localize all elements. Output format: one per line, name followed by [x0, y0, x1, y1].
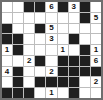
- black-cell-r9c3[interactable]: [24, 88, 34, 98]
- empty-cell-r2c7[interactable]: [69, 13, 79, 23]
- empty-cell-r3c8[interactable]: [80, 24, 90, 34]
- black-cell-r1c4[interactable]: [35, 2, 45, 12]
- clue-cell-r6c9[interactable]: 6: [91, 56, 101, 66]
- puzzle-board: 63553111264221: [0, 0, 103, 100]
- clue-cell-r1c5[interactable]: 6: [46, 2, 56, 12]
- black-cell-r3c1[interactable]: [2, 24, 12, 34]
- clue-cell-r7c5[interactable]: 2: [46, 67, 56, 77]
- black-cell-r6c8[interactable]: [80, 56, 90, 66]
- black-cell-r7c9[interactable]: [91, 67, 101, 77]
- black-cell-r8c7[interactable]: [69, 77, 79, 87]
- empty-cell-r9c4[interactable]: [35, 88, 45, 98]
- empty-cell-r2c4[interactable]: [35, 13, 45, 23]
- empty-cell-r8c1[interactable]: [2, 77, 12, 87]
- black-cell-r4c2[interactable]: [13, 34, 23, 44]
- clue-cell-r5c9[interactable]: 1: [91, 45, 101, 55]
- black-cell-r1c3[interactable]: [24, 2, 34, 12]
- black-cell-r6c7[interactable]: [69, 56, 79, 66]
- empty-cell-r2c2[interactable]: [13, 13, 23, 23]
- black-cell-r1c8[interactable]: [80, 2, 90, 12]
- empty-cell-r2c3[interactable]: [24, 13, 34, 23]
- black-cell-r2c8[interactable]: [80, 13, 90, 23]
- empty-cell-r2c6[interactable]: [58, 13, 68, 23]
- empty-cell-r9c6[interactable]: [58, 88, 68, 98]
- black-cell-r6c4[interactable]: [35, 56, 45, 66]
- empty-cell-r2c5[interactable]: [46, 13, 56, 23]
- black-cell-r4c1[interactable]: [2, 34, 12, 44]
- empty-cell-r6c5[interactable]: [46, 56, 56, 66]
- clue-cell-r5c6[interactable]: 1: [58, 45, 68, 55]
- clue-cell-r7c1[interactable]: 4: [2, 67, 12, 77]
- clue-cell-r2c9[interactable]: 5: [91, 13, 101, 23]
- empty-cell-r7c4[interactable]: [35, 67, 45, 77]
- black-cell-r9c2[interactable]: [13, 88, 23, 98]
- clue-cell-r4c5[interactable]: 3: [46, 34, 56, 44]
- black-cell-r1c6[interactable]: [58, 2, 68, 12]
- clue-cell-r6c3[interactable]: 2: [24, 56, 34, 66]
- empty-cell-r5c4[interactable]: [35, 45, 45, 55]
- empty-cell-r2c1[interactable]: [2, 13, 12, 23]
- empty-cell-r4c8[interactable]: [80, 34, 90, 44]
- empty-cell-r3c7[interactable]: [69, 24, 79, 34]
- empty-cell-r1c1[interactable]: [2, 2, 12, 12]
- clue-cell-r3c5[interactable]: 5: [46, 24, 56, 34]
- empty-cell-r3c3[interactable]: [24, 24, 34, 34]
- black-cell-r7c7[interactable]: [69, 67, 79, 77]
- black-cell-r7c8[interactable]: [80, 67, 90, 77]
- clue-cell-r8c9[interactable]: 2: [91, 77, 101, 87]
- black-cell-r9c1[interactable]: [2, 88, 12, 98]
- black-cell-r8c6[interactable]: [58, 77, 68, 87]
- clue-cell-r1c7[interactable]: 3: [69, 2, 79, 12]
- black-cell-r9c7[interactable]: [69, 88, 79, 98]
- empty-cell-r8c8[interactable]: [80, 77, 90, 87]
- black-cell-r8c2[interactable]: [13, 77, 23, 87]
- empty-cell-r4c4[interactable]: [35, 34, 45, 44]
- empty-cell-r1c2[interactable]: [13, 2, 23, 12]
- empty-cell-r9c8[interactable]: [80, 88, 90, 98]
- empty-cell-r6c2[interactable]: [13, 56, 23, 66]
- empty-cell-r1c9[interactable]: [91, 2, 101, 12]
- black-cell-r7c6[interactable]: [58, 67, 68, 77]
- empty-cell-r4c9[interactable]: [91, 34, 101, 44]
- empty-cell-r3c6[interactable]: [58, 24, 68, 34]
- black-cell-r5c8[interactable]: [80, 45, 90, 55]
- empty-cell-r4c3[interactable]: [24, 34, 34, 44]
- empty-cell-r8c3[interactable]: [24, 77, 34, 87]
- clue-cell-r9c5[interactable]: 1: [46, 88, 56, 98]
- clue-cell-r5c1[interactable]: 1: [2, 45, 12, 55]
- empty-cell-r5c5[interactable]: [46, 45, 56, 55]
- black-cell-r8c4[interactable]: [35, 77, 45, 87]
- black-cell-r6c6[interactable]: [58, 56, 68, 66]
- empty-cell-r4c6[interactable]: [58, 34, 68, 44]
- black-cell-r3c4[interactable]: [35, 24, 45, 34]
- empty-cell-r7c3[interactable]: [24, 67, 34, 77]
- black-cell-r8c5[interactable]: [46, 77, 56, 87]
- black-cell-r4c7[interactable]: [69, 34, 79, 44]
- empty-cell-r5c7[interactable]: [69, 45, 79, 55]
- empty-cell-r5c3[interactable]: [24, 45, 34, 55]
- black-cell-r5c2[interactable]: [13, 45, 23, 55]
- empty-cell-r3c9[interactable]: [91, 24, 101, 34]
- empty-cell-r9c9[interactable]: [91, 88, 101, 98]
- empty-cell-r3c2[interactable]: [13, 24, 23, 34]
- empty-cell-r6c1[interactable]: [2, 56, 12, 66]
- black-cell-r7c2[interactable]: [13, 67, 23, 77]
